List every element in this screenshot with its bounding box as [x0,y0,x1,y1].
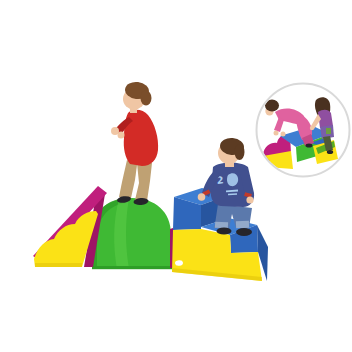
toddler-blue-hair-side [235,144,245,160]
toddler-red-leg-back [135,163,152,201]
toddler-blue-hand-left [198,193,206,201]
tunnel-arch [92,198,172,269]
girl-purple-shoe [327,150,333,154]
arch-bottom-edge [92,266,172,269]
toddler-blue-hand-right [246,196,253,203]
toddler-red [111,81,158,206]
girl-pink-hand-2 [281,132,286,137]
girl-pink-hand-1 [274,131,279,136]
product-photo: 2 [0,0,352,352]
inset-photo [257,84,350,177]
toddler-blue-shoe-right [236,228,252,236]
toddler-red-hand-2 [118,132,125,139]
girl-pink-shoe [306,144,313,148]
scene: 2 [0,0,352,352]
wedge-face-shade [35,263,82,267]
girl-purple-hand [310,126,314,130]
toddler-blue-cuff-left [215,222,228,229]
toddler-blue-cuff-right [236,221,249,228]
toddler-blue-shoe-left [217,227,232,234]
toddler-red-hair-back [141,91,152,106]
girl-purple-shorts-patch [326,128,331,134]
toddler-red-leg-front [119,160,137,198]
